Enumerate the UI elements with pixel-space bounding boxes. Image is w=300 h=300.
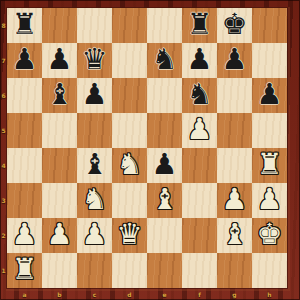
rank-label-5: 5 — [0, 113, 7, 148]
piece-white-pawn[interactable]: ♟ — [222, 182, 248, 217]
piece-black-bishop[interactable]: ♝ — [47, 77, 73, 112]
square-e2[interactable] — [147, 218, 182, 253]
piece-black-pawn[interactable]: ♟ — [82, 77, 108, 112]
square-h1[interactable] — [252, 253, 287, 288]
square-f7[interactable]: ♟ — [182, 43, 217, 78]
square-d1[interactable] — [112, 253, 147, 288]
piece-black-knight[interactable]: ♞ — [187, 77, 213, 112]
rank-label-8: 8 — [0, 8, 7, 43]
square-h4[interactable]: ♜ — [252, 148, 287, 183]
square-h5[interactable] — [252, 113, 287, 148]
piece-white-pawn[interactable]: ♟ — [47, 217, 73, 252]
piece-black-pawn[interactable]: ♟ — [222, 42, 248, 77]
piece-black-pawn[interactable]: ♟ — [187, 42, 213, 77]
square-b2[interactable]: ♟ — [42, 218, 77, 253]
square-d7[interactable] — [112, 43, 147, 78]
square-d5[interactable] — [112, 113, 147, 148]
square-d3[interactable] — [112, 183, 147, 218]
square-h3[interactable]: ♟ — [252, 183, 287, 218]
square-b5[interactable] — [42, 113, 77, 148]
file-label-c: c — [77, 288, 112, 300]
square-b4[interactable] — [42, 148, 77, 183]
square-c8[interactable] — [77, 8, 112, 43]
square-c7[interactable]: ♛ — [77, 43, 112, 78]
file-label-f: f — [182, 288, 217, 300]
square-g2[interactable]: ♝ — [217, 218, 252, 253]
square-g8[interactable]: ♚ — [217, 8, 252, 43]
rank-label-2: 2 — [0, 218, 7, 253]
piece-black-knight[interactable]: ♞ — [152, 42, 178, 77]
square-b1[interactable] — [42, 253, 77, 288]
piece-black-pawn[interactable]: ♟ — [47, 42, 73, 77]
square-e6[interactable] — [147, 78, 182, 113]
square-g7[interactable]: ♟ — [217, 43, 252, 78]
square-d6[interactable] — [112, 78, 147, 113]
square-f8[interactable]: ♜ — [182, 8, 217, 43]
square-f3[interactable] — [182, 183, 217, 218]
file-label-b: b — [42, 288, 77, 300]
piece-white-pawn[interactable]: ♟ — [82, 217, 108, 252]
piece-white-pawn[interactable]: ♟ — [12, 217, 38, 252]
chess-board: ♜♜♚♟♟♛♞♟♟♝♟♞♟♟♝♞♟♜♞♝♟♟♟♟♟♛♝♚♜ — [7, 8, 287, 288]
square-h6[interactable]: ♟ — [252, 78, 287, 113]
piece-white-knight[interactable]: ♞ — [117, 147, 143, 182]
square-e7[interactable]: ♞ — [147, 43, 182, 78]
file-label-a: a — [7, 288, 42, 300]
rank-label-7: 7 — [0, 43, 7, 78]
square-e3[interactable]: ♝ — [147, 183, 182, 218]
rank-label-6: 6 — [0, 78, 7, 113]
square-a7[interactable]: ♟ — [7, 43, 42, 78]
square-f2[interactable] — [182, 218, 217, 253]
file-label-d: d — [112, 288, 147, 300]
square-a2[interactable]: ♟ — [7, 218, 42, 253]
square-c2[interactable]: ♟ — [77, 218, 112, 253]
square-f1[interactable] — [182, 253, 217, 288]
square-c6[interactable]: ♟ — [77, 78, 112, 113]
piece-white-pawn[interactable]: ♟ — [187, 112, 213, 147]
square-e4[interactable]: ♟ — [147, 148, 182, 183]
piece-white-pawn[interactable]: ♟ — [257, 182, 283, 217]
chess-diagram: ♜♜♚♟♟♛♞♟♟♝♟♞♟♟♝♞♟♜♞♝♟♟♟♟♟♛♝♚♜ 87654321ab… — [0, 0, 300, 300]
piece-black-rook[interactable]: ♜ — [12, 7, 38, 42]
square-c4[interactable]: ♝ — [77, 148, 112, 183]
square-b8[interactable] — [42, 8, 77, 43]
rank-label-1: 1 — [0, 253, 7, 288]
piece-black-king[interactable]: ♚ — [222, 7, 248, 42]
square-f6[interactable]: ♞ — [182, 78, 217, 113]
piece-white-rook[interactable]: ♜ — [12, 252, 38, 287]
piece-white-knight[interactable]: ♞ — [82, 182, 108, 217]
square-d2[interactable]: ♛ — [112, 218, 147, 253]
square-f5[interactable]: ♟ — [182, 113, 217, 148]
piece-white-king[interactable]: ♚ — [257, 217, 283, 252]
file-label-h: h — [252, 288, 287, 300]
square-g1[interactable] — [217, 253, 252, 288]
file-label-g: g — [217, 288, 252, 300]
square-g3[interactable]: ♟ — [217, 183, 252, 218]
square-e1[interactable] — [147, 253, 182, 288]
square-a3[interactable] — [7, 183, 42, 218]
square-c3[interactable]: ♞ — [77, 183, 112, 218]
square-h2[interactable]: ♚ — [252, 218, 287, 253]
piece-black-rook[interactable]: ♜ — [187, 7, 213, 42]
square-h7[interactable] — [252, 43, 287, 78]
square-f4[interactable] — [182, 148, 217, 183]
rank-label-3: 3 — [0, 183, 7, 218]
file-label-e: e — [147, 288, 182, 300]
square-a5[interactable] — [7, 113, 42, 148]
square-a8[interactable]: ♜ — [7, 8, 42, 43]
square-h8[interactable] — [252, 8, 287, 43]
square-b3[interactable] — [42, 183, 77, 218]
square-g5[interactable] — [217, 113, 252, 148]
square-b7[interactable]: ♟ — [42, 43, 77, 78]
piece-black-pawn[interactable]: ♟ — [257, 77, 283, 112]
square-d4[interactable]: ♞ — [112, 148, 147, 183]
square-a6[interactable] — [7, 78, 42, 113]
piece-black-bishop[interactable]: ♝ — [82, 147, 108, 182]
piece-black-pawn[interactable]: ♟ — [152, 147, 178, 182]
square-b6[interactable]: ♝ — [42, 78, 77, 113]
piece-black-pawn[interactable]: ♟ — [12, 42, 38, 77]
square-a1[interactable]: ♜ — [7, 253, 42, 288]
square-a4[interactable] — [7, 148, 42, 183]
square-c1[interactable] — [77, 253, 112, 288]
square-g4[interactable] — [217, 148, 252, 183]
piece-white-rook[interactable]: ♜ — [257, 147, 283, 182]
piece-black-queen[interactable]: ♛ — [82, 42, 108, 77]
square-e5[interactable] — [147, 113, 182, 148]
square-c5[interactable] — [77, 113, 112, 148]
piece-white-bishop[interactable]: ♝ — [152, 182, 178, 217]
rank-label-4: 4 — [0, 148, 7, 183]
piece-white-queen[interactable]: ♛ — [117, 217, 143, 252]
piece-white-bishop[interactable]: ♝ — [222, 217, 248, 252]
square-g6[interactable] — [217, 78, 252, 113]
square-e8[interactable] — [147, 8, 182, 43]
square-d8[interactable] — [112, 8, 147, 43]
